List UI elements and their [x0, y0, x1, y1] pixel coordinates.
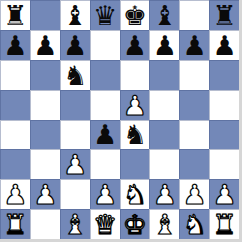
square-d2[interactable]: ♟	[90, 179, 120, 209]
piece-white-pawn[interactable]: ♟	[63, 151, 87, 178]
piece-black-rook[interactable]: ♜	[3, 2, 27, 29]
square-d6[interactable]	[90, 60, 120, 90]
square-b5[interactable]	[30, 90, 60, 120]
piece-black-pawn[interactable]: ♟	[153, 32, 177, 59]
square-a2[interactable]: ♟	[0, 179, 30, 209]
square-h1[interactable]: ♜	[209, 209, 239, 239]
square-c4[interactable]	[60, 120, 90, 150]
piece-black-pawn[interactable]: ♟	[63, 32, 87, 59]
piece-black-rook[interactable]: ♜	[212, 2, 236, 29]
square-g1[interactable]: ♞	[179, 209, 209, 239]
piece-white-bishop[interactable]: ♝	[63, 211, 87, 238]
square-c3[interactable]: ♟	[60, 149, 90, 179]
piece-white-king[interactable]: ♚	[123, 211, 147, 238]
square-b3[interactable]	[30, 149, 60, 179]
square-f8[interactable]: ♝	[149, 0, 179, 30]
piece-white-bishop[interactable]: ♝	[153, 211, 177, 238]
square-g6[interactable]	[179, 60, 209, 90]
square-e1[interactable]: ♚	[120, 209, 150, 239]
square-g3[interactable]	[179, 149, 209, 179]
square-d7[interactable]	[90, 30, 120, 60]
square-h2[interactable]: ♟	[209, 179, 239, 209]
square-h6[interactable]	[209, 60, 239, 90]
piece-white-rook[interactable]: ♜	[212, 211, 236, 238]
piece-white-knight[interactable]: ♞	[123, 181, 147, 208]
square-c5[interactable]	[60, 90, 90, 120]
square-e6[interactable]	[120, 60, 150, 90]
piece-black-knight[interactable]: ♞	[123, 121, 147, 148]
square-c8[interactable]: ♝	[60, 0, 90, 30]
square-a5[interactable]	[0, 90, 30, 120]
piece-white-pawn[interactable]: ♟	[212, 181, 236, 208]
piece-black-knight[interactable]: ♞	[63, 62, 87, 89]
piece-black-pawn[interactable]: ♟	[33, 32, 57, 59]
square-c1[interactable]: ♝	[60, 209, 90, 239]
square-e3[interactable]	[120, 149, 150, 179]
square-d5[interactable]	[90, 90, 120, 120]
piece-black-pawn[interactable]: ♟	[183, 32, 207, 59]
square-f7[interactable]: ♟	[149, 30, 179, 60]
square-e5[interactable]: ♟	[120, 90, 150, 120]
square-a6[interactable]	[0, 60, 30, 90]
square-d8[interactable]: ♛	[90, 0, 120, 30]
chess-board: ♜♝♛♚♝♜♟♟♟♟♟♟♟♞♟♟♞♟♟♟♟♞♟♟♟♜♝♛♚♝♞♜	[0, 0, 239, 239]
square-c6[interactable]: ♞	[60, 60, 90, 90]
square-g7[interactable]: ♟	[179, 30, 209, 60]
square-a4[interactable]	[0, 120, 30, 150]
square-e7[interactable]: ♟	[120, 30, 150, 60]
square-d1[interactable]: ♛	[90, 209, 120, 239]
square-e8[interactable]: ♚	[120, 0, 150, 30]
square-b8[interactable]	[30, 0, 60, 30]
piece-white-pawn[interactable]: ♟	[123, 92, 147, 119]
square-f5[interactable]	[149, 90, 179, 120]
square-b7[interactable]: ♟	[30, 30, 60, 60]
square-g5[interactable]	[179, 90, 209, 120]
square-f3[interactable]	[149, 149, 179, 179]
piece-black-pawn[interactable]: ♟	[123, 32, 147, 59]
piece-white-pawn[interactable]: ♟	[153, 181, 177, 208]
square-a3[interactable]	[0, 149, 30, 179]
piece-black-pawn[interactable]: ♟	[3, 32, 27, 59]
square-h5[interactable]	[209, 90, 239, 120]
square-e4[interactable]: ♞	[120, 120, 150, 150]
piece-black-bishop[interactable]: ♝	[63, 2, 87, 29]
square-c2[interactable]	[60, 179, 90, 209]
square-f1[interactable]: ♝	[149, 209, 179, 239]
piece-white-knight[interactable]: ♞	[183, 211, 207, 238]
piece-white-pawn[interactable]: ♟	[33, 181, 57, 208]
piece-black-queen[interactable]: ♛	[93, 2, 117, 29]
square-h7[interactable]: ♟	[209, 30, 239, 60]
square-f2[interactable]: ♟	[149, 179, 179, 209]
piece-white-pawn[interactable]: ♟	[3, 181, 27, 208]
square-h4[interactable]	[209, 120, 239, 150]
square-c7[interactable]: ♟	[60, 30, 90, 60]
square-a8[interactable]: ♜	[0, 0, 30, 30]
piece-white-queen[interactable]: ♛	[93, 211, 117, 238]
square-f6[interactable]	[149, 60, 179, 90]
square-f4[interactable]	[149, 120, 179, 150]
square-g2[interactable]: ♟	[179, 179, 209, 209]
square-a7[interactable]: ♟	[0, 30, 30, 60]
piece-white-rook[interactable]: ♜	[3, 211, 27, 238]
square-d3[interactable]	[90, 149, 120, 179]
piece-white-pawn[interactable]: ♟	[93, 181, 117, 208]
piece-black-bishop[interactable]: ♝	[153, 2, 177, 29]
square-d4[interactable]: ♟	[90, 120, 120, 150]
piece-black-pawn[interactable]: ♟	[212, 32, 236, 59]
square-b6[interactable]	[30, 60, 60, 90]
square-h3[interactable]	[209, 149, 239, 179]
square-e2[interactable]: ♞	[120, 179, 150, 209]
square-b1[interactable]	[30, 209, 60, 239]
piece-black-pawn[interactable]: ♟	[93, 121, 117, 148]
square-b2[interactable]: ♟	[30, 179, 60, 209]
square-g8[interactable]	[179, 0, 209, 30]
square-a1[interactable]: ♜	[0, 209, 30, 239]
square-b4[interactable]	[30, 120, 60, 150]
square-g4[interactable]	[179, 120, 209, 150]
piece-white-pawn[interactable]: ♟	[183, 181, 207, 208]
piece-black-king[interactable]: ♚	[123, 2, 147, 29]
square-h8[interactable]: ♜	[209, 0, 239, 30]
